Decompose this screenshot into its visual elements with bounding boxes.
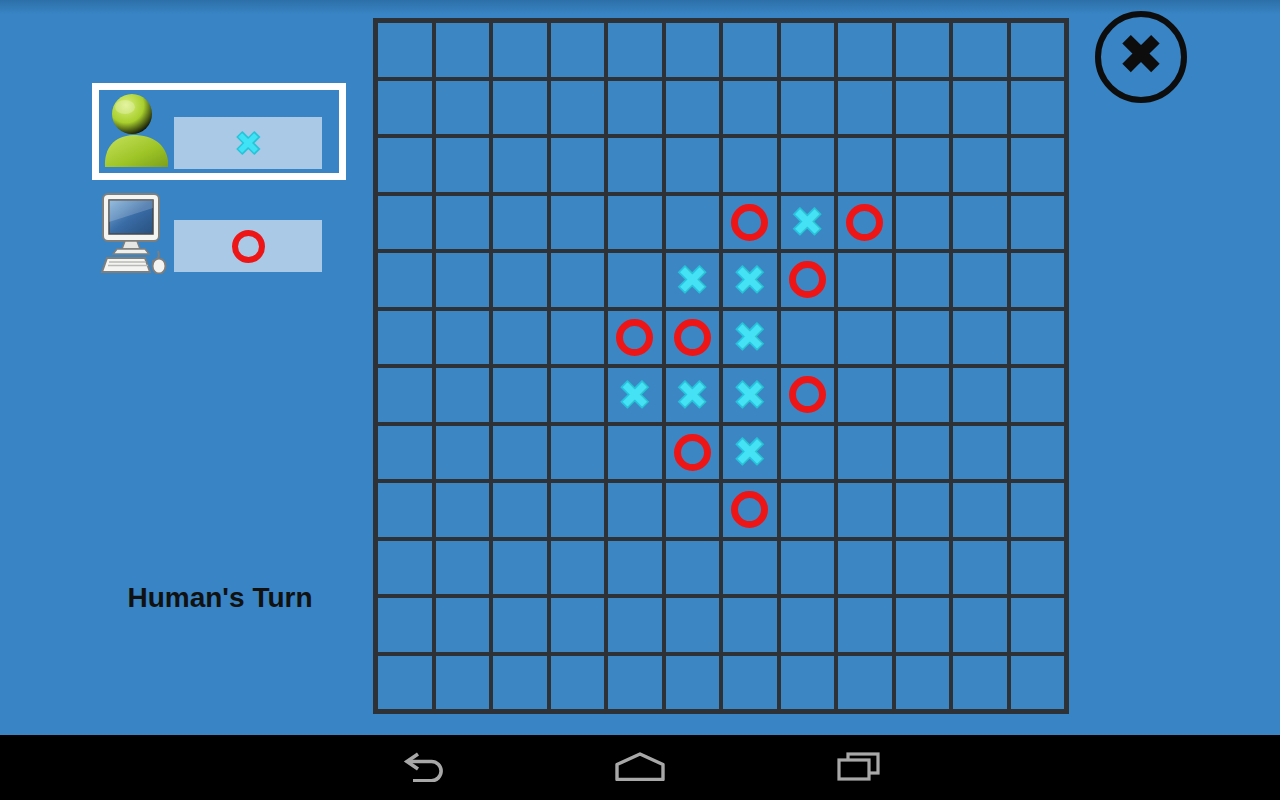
cell-r11c1[interactable] xyxy=(434,654,492,712)
cell-r8c4[interactable] xyxy=(606,481,664,539)
cell-r5c11[interactable] xyxy=(1009,309,1067,367)
cell-r4c6[interactable]: ✖ xyxy=(721,251,779,309)
cell-r1c1[interactable] xyxy=(434,79,492,137)
cell-r2c9[interactable] xyxy=(894,136,952,194)
cell-r0c11[interactable] xyxy=(1009,21,1067,79)
cell-r11c6[interactable] xyxy=(721,654,779,712)
o-symbol xyxy=(232,230,265,263)
home-button[interactable] xyxy=(598,735,682,800)
cell-r5c3[interactable] xyxy=(549,309,607,367)
cell-r11c8[interactable] xyxy=(836,654,894,712)
cell-r9c5[interactable] xyxy=(664,539,722,597)
cell-r6c6[interactable]: ✖ xyxy=(721,366,779,424)
cell-r2c8[interactable] xyxy=(836,136,894,194)
cell-r9c0[interactable] xyxy=(376,539,434,597)
o-piece xyxy=(846,204,883,241)
cell-r7c7[interactable] xyxy=(779,424,837,482)
o-piece xyxy=(674,434,711,471)
cell-r0c8[interactable] xyxy=(836,21,894,79)
cell-r6c10[interactable] xyxy=(951,366,1009,424)
cell-r3c10[interactable] xyxy=(951,194,1009,252)
recents-icon xyxy=(837,752,880,784)
cell-r10c2[interactable] xyxy=(491,596,549,654)
cell-r0c1[interactable] xyxy=(434,21,492,79)
cell-r1c11[interactable] xyxy=(1009,79,1067,137)
recents-button[interactable] xyxy=(817,735,899,800)
cell-r11c5[interactable] xyxy=(664,654,722,712)
cell-r6c4[interactable]: ✖ xyxy=(606,366,664,424)
home-icon xyxy=(614,752,666,784)
cell-r10c8[interactable] xyxy=(836,596,894,654)
turn-status: Human's Turn xyxy=(90,582,350,614)
cell-r10c9[interactable] xyxy=(894,596,952,654)
human-icon xyxy=(102,91,171,167)
cell-r8c3[interactable] xyxy=(549,481,607,539)
cell-r5c9[interactable] xyxy=(894,309,952,367)
cell-r2c0[interactable] xyxy=(376,136,434,194)
cell-r10c4[interactable] xyxy=(606,596,664,654)
cell-r8c8[interactable] xyxy=(836,481,894,539)
cell-r8c11[interactable] xyxy=(1009,481,1067,539)
cell-r9c2[interactable] xyxy=(491,539,549,597)
cell-r6c7[interactable] xyxy=(779,366,837,424)
human-player-panel: ✖ xyxy=(92,83,346,180)
cell-r9c11[interactable] xyxy=(1009,539,1067,597)
computer-symbol-badge xyxy=(174,220,322,272)
cell-r9c6[interactable] xyxy=(721,539,779,597)
cell-r1c7[interactable] xyxy=(779,79,837,137)
cell-r10c10[interactable] xyxy=(951,596,1009,654)
cell-r3c0[interactable] xyxy=(376,194,434,252)
cell-r3c1[interactable] xyxy=(434,194,492,252)
cell-r4c9[interactable] xyxy=(894,251,952,309)
cell-r8c6[interactable] xyxy=(721,481,779,539)
cell-r3c2[interactable] xyxy=(491,194,549,252)
x-piece: ✖ xyxy=(733,432,767,472)
cell-r0c3[interactable] xyxy=(549,21,607,79)
cell-r2c1[interactable] xyxy=(434,136,492,194)
cell-r3c4[interactable] xyxy=(606,194,664,252)
cell-r2c7[interactable] xyxy=(779,136,837,194)
cell-r7c3[interactable] xyxy=(549,424,607,482)
cell-r5c1[interactable] xyxy=(434,309,492,367)
cell-r5c8[interactable] xyxy=(836,309,894,367)
x-symbol: ✖ xyxy=(234,127,262,160)
cell-r11c3[interactable] xyxy=(549,654,607,712)
cell-r6c11[interactable] xyxy=(1009,366,1067,424)
cell-r1c3[interactable] xyxy=(549,79,607,137)
cell-r9c10[interactable] xyxy=(951,539,1009,597)
cell-r9c8[interactable] xyxy=(836,539,894,597)
cell-r2c5[interactable] xyxy=(664,136,722,194)
cell-r0c0[interactable] xyxy=(376,21,434,79)
cell-r10c1[interactable] xyxy=(434,596,492,654)
cell-r1c10[interactable] xyxy=(951,79,1009,137)
cell-r7c1[interactable] xyxy=(434,424,492,482)
cell-r9c7[interactable] xyxy=(779,539,837,597)
cell-r9c3[interactable] xyxy=(549,539,607,597)
cell-r3c5[interactable] xyxy=(664,194,722,252)
o-piece xyxy=(731,204,768,241)
cell-r3c7[interactable]: ✖ xyxy=(779,194,837,252)
human-symbol-badge: ✖ xyxy=(174,117,322,169)
cell-r8c0[interactable] xyxy=(376,481,434,539)
cell-r4c11[interactable] xyxy=(1009,251,1067,309)
cell-r1c8[interactable] xyxy=(836,79,894,137)
cell-r0c7[interactable] xyxy=(779,21,837,79)
cell-r6c5[interactable]: ✖ xyxy=(664,366,722,424)
game-board: ✖✖✖✖✖✖✖✖ xyxy=(373,18,1069,714)
cell-r2c6[interactable] xyxy=(721,136,779,194)
cell-r6c0[interactable] xyxy=(376,366,434,424)
cell-r3c6[interactable] xyxy=(721,194,779,252)
cell-r11c7[interactable] xyxy=(779,654,837,712)
cell-r0c6[interactable] xyxy=(721,21,779,79)
cell-r5c10[interactable] xyxy=(951,309,1009,367)
cell-r3c3[interactable] xyxy=(549,194,607,252)
x-piece: ✖ xyxy=(733,317,767,357)
close-icon: ✖ xyxy=(1118,27,1165,83)
o-piece xyxy=(789,261,826,298)
cell-r4c8[interactable] xyxy=(836,251,894,309)
cell-r0c2[interactable] xyxy=(491,21,549,79)
cell-r4c10[interactable] xyxy=(951,251,1009,309)
app-screen: ✖ xyxy=(0,0,1280,800)
x-piece: ✖ xyxy=(790,202,824,242)
cell-r1c4[interactable] xyxy=(606,79,664,137)
cell-r8c2[interactable] xyxy=(491,481,549,539)
cell-r2c2[interactable] xyxy=(491,136,549,194)
cell-r10c6[interactable] xyxy=(721,596,779,654)
cell-r4c5[interactable]: ✖ xyxy=(664,251,722,309)
cell-r7c2[interactable] xyxy=(491,424,549,482)
cell-r4c0[interactable] xyxy=(376,251,434,309)
cell-r6c2[interactable] xyxy=(491,366,549,424)
cell-r0c5[interactable] xyxy=(664,21,722,79)
cell-r10c7[interactable] xyxy=(779,596,837,654)
cell-r11c0[interactable] xyxy=(376,654,434,712)
cell-r4c2[interactable] xyxy=(491,251,549,309)
cell-r9c4[interactable] xyxy=(606,539,664,597)
cell-r1c9[interactable] xyxy=(894,79,952,137)
cell-r7c8[interactable] xyxy=(836,424,894,482)
cell-r2c10[interactable] xyxy=(951,136,1009,194)
cell-r11c10[interactable] xyxy=(951,654,1009,712)
cell-r10c3[interactable] xyxy=(549,596,607,654)
cell-r10c0[interactable] xyxy=(376,596,434,654)
cell-r6c8[interactable] xyxy=(836,366,894,424)
cell-r9c9[interactable] xyxy=(894,539,952,597)
cell-r11c4[interactable] xyxy=(606,654,664,712)
cell-r10c5[interactable] xyxy=(664,596,722,654)
android-nav-bar xyxy=(0,735,1280,800)
cell-r4c7[interactable] xyxy=(779,251,837,309)
back-icon xyxy=(402,751,444,785)
cell-r7c9[interactable] xyxy=(894,424,952,482)
cell-r0c4[interactable] xyxy=(606,21,664,79)
game-area: ✖ xyxy=(0,0,1280,735)
x-piece: ✖ xyxy=(733,375,767,415)
x-piece: ✖ xyxy=(675,260,709,300)
cell-r11c2[interactable] xyxy=(491,654,549,712)
cell-r8c5[interactable] xyxy=(664,481,722,539)
computer-icon xyxy=(100,193,167,274)
close-button[interactable]: ✖ xyxy=(1095,11,1187,103)
cell-r0c9[interactable] xyxy=(894,21,952,79)
cell-r6c3[interactable] xyxy=(549,366,607,424)
cell-r5c7[interactable] xyxy=(779,309,837,367)
cell-r2c3[interactable] xyxy=(549,136,607,194)
cell-r9c1[interactable] xyxy=(434,539,492,597)
cell-r1c2[interactable] xyxy=(491,79,549,137)
cell-r10c11[interactable] xyxy=(1009,596,1067,654)
cell-r3c8[interactable] xyxy=(836,194,894,252)
x-piece: ✖ xyxy=(733,260,767,300)
cell-r5c0[interactable] xyxy=(376,309,434,367)
cell-r8c10[interactable] xyxy=(951,481,1009,539)
cell-r0c10[interactable] xyxy=(951,21,1009,79)
x-piece: ✖ xyxy=(675,375,709,415)
cell-r7c6[interactable]: ✖ xyxy=(721,424,779,482)
cell-r1c6[interactable] xyxy=(721,79,779,137)
o-piece xyxy=(731,491,768,528)
cell-r3c9[interactable] xyxy=(894,194,952,252)
cell-r4c3[interactable] xyxy=(549,251,607,309)
cell-r6c9[interactable] xyxy=(894,366,952,424)
cell-r1c5[interactable] xyxy=(664,79,722,137)
cell-r2c11[interactable] xyxy=(1009,136,1067,194)
cell-r7c4[interactable] xyxy=(606,424,664,482)
cell-r5c2[interactable] xyxy=(491,309,549,367)
cell-r8c1[interactable] xyxy=(434,481,492,539)
o-piece xyxy=(616,319,653,356)
cell-r11c9[interactable] xyxy=(894,654,952,712)
cell-r8c7[interactable] xyxy=(779,481,837,539)
o-piece xyxy=(789,376,826,413)
cell-r5c6[interactable]: ✖ xyxy=(721,309,779,367)
cell-r8c9[interactable] xyxy=(894,481,952,539)
cell-r4c1[interactable] xyxy=(434,251,492,309)
o-piece xyxy=(674,319,711,356)
x-piece: ✖ xyxy=(618,375,652,415)
cell-r5c5[interactable] xyxy=(664,309,722,367)
cell-r2c4[interactable] xyxy=(606,136,664,194)
cell-r1c0[interactable] xyxy=(376,79,434,137)
cell-r7c10[interactable] xyxy=(951,424,1009,482)
cell-r4c4[interactable] xyxy=(606,251,664,309)
cell-r6c1[interactable] xyxy=(434,366,492,424)
cell-r11c11[interactable] xyxy=(1009,654,1067,712)
back-button[interactable] xyxy=(383,735,463,800)
cell-r7c0[interactable] xyxy=(376,424,434,482)
cell-r5c4[interactable] xyxy=(606,309,664,367)
cell-r7c11[interactable] xyxy=(1009,424,1067,482)
cell-r7c5[interactable] xyxy=(664,424,722,482)
cell-r3c11[interactable] xyxy=(1009,194,1067,252)
